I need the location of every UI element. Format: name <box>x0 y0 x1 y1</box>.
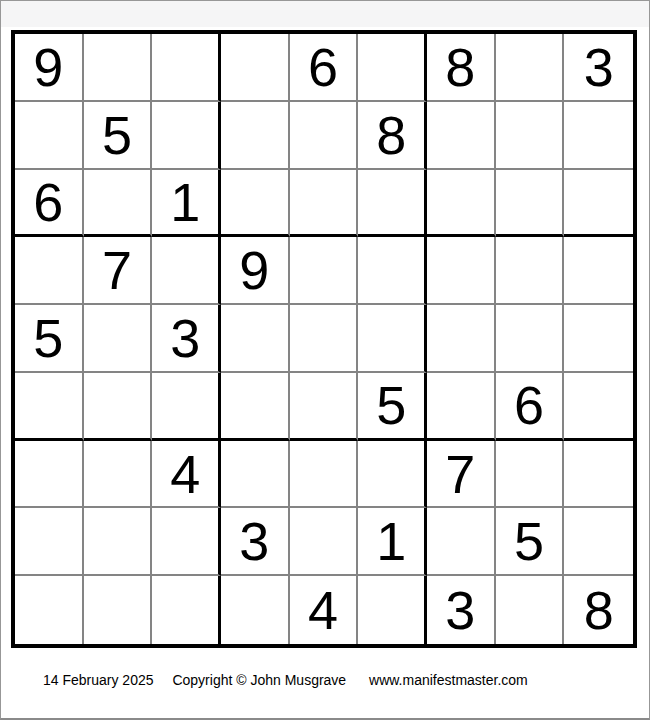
cell-r6c7[interactable] <box>427 373 496 441</box>
cell-r7c1[interactable] <box>15 441 84 509</box>
cell-r2c5[interactable] <box>290 102 359 170</box>
cell-r4c1[interactable] <box>15 237 84 305</box>
cell-r1c3[interactable] <box>152 34 221 102</box>
cell-r6c5[interactable] <box>290 373 359 441</box>
cell-r2c4[interactable] <box>221 102 290 170</box>
cell-r1c8[interactable] <box>496 34 565 102</box>
cell-r6c2[interactable] <box>84 373 153 441</box>
cell-r3c7[interactable] <box>427 170 496 238</box>
cell-r6c6[interactable]: 5 <box>358 373 427 441</box>
cell-r8c6[interactable]: 1 <box>358 508 427 576</box>
cell-r2c8[interactable] <box>496 102 565 170</box>
cell-r2c1[interactable] <box>15 102 84 170</box>
cell-r8c3[interactable] <box>152 508 221 576</box>
footer: 14 February 2025 Copyright © John Musgra… <box>43 672 528 688</box>
footer-website: www.manifestmaster.com <box>369 672 528 688</box>
cell-r4c8[interactable] <box>496 237 565 305</box>
cell-r3c2[interactable] <box>84 170 153 238</box>
cell-r9c3[interactable] <box>152 576 221 644</box>
footer-copyright: Copyright © John Musgrave <box>172 672 346 688</box>
cell-r8c5[interactable] <box>290 508 359 576</box>
cell-r7c3[interactable]: 4 <box>152 441 221 509</box>
cell-r4c6[interactable] <box>358 237 427 305</box>
cell-r9c7[interactable]: 3 <box>427 576 496 644</box>
cell-r2c6[interactable]: 8 <box>358 102 427 170</box>
cell-r5c8[interactable] <box>496 305 565 373</box>
cell-r1c5[interactable]: 6 <box>290 34 359 102</box>
cell-r6c3[interactable] <box>152 373 221 441</box>
cell-r4c9[interactable] <box>564 237 633 305</box>
cell-r7c6[interactable] <box>358 441 427 509</box>
cell-r1c4[interactable] <box>221 34 290 102</box>
cell-r6c1[interactable] <box>15 373 84 441</box>
cell-r3c8[interactable] <box>496 170 565 238</box>
cell-r2c7[interactable] <box>427 102 496 170</box>
cell-r9c8[interactable] <box>496 576 565 644</box>
cell-r5c1[interactable]: 5 <box>15 305 84 373</box>
cell-r4c5[interactable] <box>290 237 359 305</box>
cell-r7c5[interactable] <box>290 441 359 509</box>
cell-r7c8[interactable] <box>496 441 565 509</box>
cell-r7c2[interactable] <box>84 441 153 509</box>
cell-r1c2[interactable] <box>84 34 153 102</box>
cell-r4c4[interactable]: 9 <box>221 237 290 305</box>
cell-r1c9[interactable]: 3 <box>564 34 633 102</box>
cell-r4c7[interactable] <box>427 237 496 305</box>
cell-r3c9[interactable] <box>564 170 633 238</box>
cell-r6c4[interactable] <box>221 373 290 441</box>
cell-r9c6[interactable] <box>358 576 427 644</box>
cell-r9c1[interactable] <box>15 576 84 644</box>
cell-r3c5[interactable] <box>290 170 359 238</box>
cell-r5c4[interactable] <box>221 305 290 373</box>
cell-r5c2[interactable] <box>84 305 153 373</box>
cell-r5c7[interactable] <box>427 305 496 373</box>
cell-r2c3[interactable] <box>152 102 221 170</box>
cell-r5c3[interactable]: 3 <box>152 305 221 373</box>
cell-r3c6[interactable] <box>358 170 427 238</box>
cell-r8c7[interactable] <box>427 508 496 576</box>
cell-r3c3[interactable]: 1 <box>152 170 221 238</box>
cell-r2c9[interactable] <box>564 102 633 170</box>
cell-r5c9[interactable] <box>564 305 633 373</box>
cell-r9c2[interactable] <box>84 576 153 644</box>
cell-r7c7[interactable]: 7 <box>427 441 496 509</box>
cell-r9c4[interactable] <box>221 576 290 644</box>
cell-r8c9[interactable] <box>564 508 633 576</box>
cell-r6c8[interactable]: 6 <box>496 373 565 441</box>
cell-r8c8[interactable]: 5 <box>496 508 565 576</box>
cell-r5c5[interactable] <box>290 305 359 373</box>
cell-r9c5[interactable]: 4 <box>290 576 359 644</box>
cell-r7c4[interactable] <box>221 441 290 509</box>
cell-r2c2[interactable]: 5 <box>84 102 153 170</box>
cell-r5c6[interactable] <box>358 305 427 373</box>
cell-r8c4[interactable]: 3 <box>221 508 290 576</box>
cell-r3c4[interactable] <box>221 170 290 238</box>
sudoku-grid: 9683586179535647315438 <box>11 30 637 648</box>
cell-r9c9[interactable]: 8 <box>564 576 633 644</box>
cell-r1c6[interactable] <box>358 34 427 102</box>
cell-r1c1[interactable]: 9 <box>15 34 84 102</box>
cell-r6c9[interactable] <box>564 373 633 441</box>
cell-r8c1[interactable] <box>15 508 84 576</box>
cell-r3c1[interactable]: 6 <box>15 170 84 238</box>
page-top-band <box>1 1 649 27</box>
cell-r7c9[interactable] <box>564 441 633 509</box>
cell-r1c7[interactable]: 8 <box>427 34 496 102</box>
cell-r4c2[interactable]: 7 <box>84 237 153 305</box>
cell-r4c3[interactable] <box>152 237 221 305</box>
footer-date: 14 February 2025 <box>43 672 154 688</box>
page: 9683586179535647315438 14 February 2025 … <box>0 0 650 720</box>
cell-r8c2[interactable] <box>84 508 153 576</box>
